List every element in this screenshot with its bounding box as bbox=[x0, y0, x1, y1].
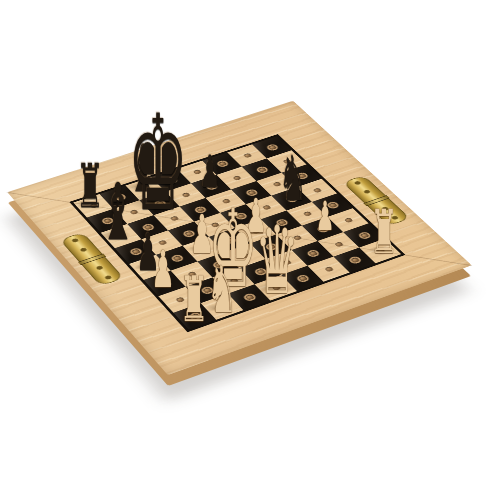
peg-hole bbox=[297, 275, 307, 281]
peg-hole bbox=[217, 161, 226, 166]
chessboard bbox=[7, 101, 472, 375]
peg-hole bbox=[232, 175, 241, 180]
peg-hole bbox=[333, 241, 343, 247]
peg-hole bbox=[187, 271, 197, 277]
peg-hole bbox=[184, 231, 194, 237]
peg-hole bbox=[251, 228, 261, 234]
peg-hole bbox=[312, 188, 321, 193]
peg-hole bbox=[169, 216, 178, 222]
peg-hole bbox=[244, 294, 254, 300]
peg-hole bbox=[225, 237, 235, 243]
peg-hole bbox=[129, 209, 138, 215]
peg-hole bbox=[277, 220, 287, 226]
peg-hole bbox=[155, 201, 164, 206]
peg-hole bbox=[282, 159, 291, 164]
peg-hole bbox=[116, 233, 126, 239]
peg-hole bbox=[327, 202, 337, 207]
peg-hole bbox=[206, 184, 215, 189]
peg-hole bbox=[192, 169, 201, 174]
scene: ♟♝♞♚♜♟♟♝♟♜♟♚♟♛♞♜ bbox=[0, 0, 500, 500]
peg-hole bbox=[308, 250, 318, 256]
peg-hole bbox=[175, 297, 185, 303]
peg-hole bbox=[359, 233, 369, 239]
peg-hole bbox=[324, 266, 334, 272]
peg-hole bbox=[190, 313, 200, 319]
peg-hole bbox=[236, 213, 246, 219]
peg-hole bbox=[261, 205, 270, 210]
peg-hole bbox=[172, 255, 182, 261]
peg-hole bbox=[343, 217, 353, 223]
peg-hole bbox=[267, 145, 276, 150]
peg-hole bbox=[141, 186, 150, 191]
peg-hole bbox=[246, 190, 255, 195]
peg-hole bbox=[375, 248, 385, 254]
peg-hole bbox=[131, 249, 141, 255]
peg-hole bbox=[266, 244, 276, 250]
peg-hole bbox=[143, 224, 152, 230]
peg-hole bbox=[217, 304, 227, 310]
peg-hole bbox=[272, 181, 281, 186]
peg-hole bbox=[145, 264, 155, 270]
peg-hole bbox=[202, 287, 212, 293]
peg-hole bbox=[287, 196, 296, 201]
peg-hole bbox=[198, 246, 208, 252]
peg-hole bbox=[157, 240, 167, 246]
peg-hole bbox=[181, 192, 190, 197]
peg-hole bbox=[302, 211, 312, 217]
peg-hole bbox=[210, 222, 220, 228]
peg-hole bbox=[257, 167, 266, 172]
peg-hole bbox=[292, 235, 302, 241]
peg-hole bbox=[318, 226, 328, 232]
peg-hole bbox=[271, 285, 281, 291]
peg-hole bbox=[102, 218, 111, 224]
peg-hole bbox=[350, 257, 360, 263]
board-grid bbox=[69, 134, 405, 332]
peg-hole bbox=[242, 153, 251, 158]
peg-hole bbox=[160, 280, 170, 286]
peg-hole bbox=[89, 203, 98, 208]
peg-hole bbox=[167, 178, 176, 183]
peg-hole bbox=[115, 194, 124, 199]
peg-hole bbox=[297, 173, 306, 178]
peg-hole bbox=[195, 207, 204, 213]
peg-hole bbox=[282, 259, 292, 265]
peg-hole bbox=[213, 262, 223, 268]
peg-hole bbox=[240, 253, 250, 259]
peg-hole bbox=[221, 198, 230, 203]
peg-hole bbox=[255, 269, 265, 275]
peg-hole bbox=[229, 278, 239, 284]
